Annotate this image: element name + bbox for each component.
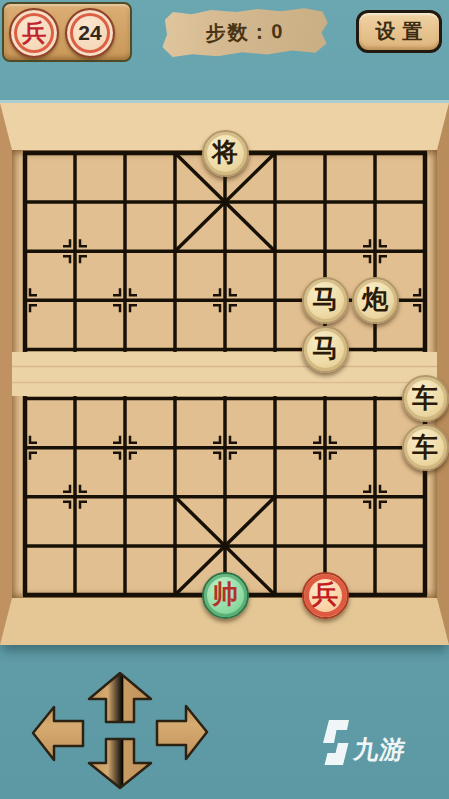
piece-black-chariot-2[interactable]: 车 <box>402 424 449 471</box>
level-piece-badge: 兵 <box>9 8 59 58</box>
level-piece-tray: 兵 24 <box>2 2 132 62</box>
piece-black-cannon[interactable]: 炮 <box>352 277 399 324</box>
piece-black-chariot-1[interactable]: 车 <box>402 375 449 422</box>
settings-button-label: 设置 <box>376 18 430 45</box>
jiuyou-logo-icon <box>318 716 352 768</box>
arrow-pad <box>20 660 230 799</box>
board-frame <box>0 103 449 645</box>
piece-red-soldier[interactable]: 兵 <box>302 572 349 619</box>
level-count-value: 24 <box>78 21 101 45</box>
arrow-down-button[interactable] <box>89 739 151 788</box>
watermark-text: 九游 <box>352 733 409 766</box>
settings-button[interactable]: 设置 <box>356 10 442 53</box>
game-screen: 兵 24 步数：0 设置 将马炮马车车帅兵 <box>0 0 449 799</box>
piece-black-general[interactable]: 将 <box>202 130 249 177</box>
arrow-left-button[interactable] <box>33 707 83 760</box>
steps-counter-label: 步数：0 <box>205 18 285 47</box>
piece-black-horse-1[interactable]: 马 <box>302 277 349 324</box>
arrow-right-button[interactable] <box>157 706 207 759</box>
arrow-up-button[interactable] <box>89 673 151 722</box>
piece-red-general[interactable]: 帅 <box>202 572 249 619</box>
level-piece-glyph: 兵 <box>22 17 46 49</box>
level-count-badge: 24 <box>65 8 115 58</box>
watermark: 九游 <box>318 716 438 776</box>
steps-counter-plaque: 步数：0 <box>161 7 328 59</box>
board-grid <box>12 150 437 598</box>
piece-black-horse-2[interactable]: 马 <box>302 326 349 373</box>
board-surface <box>12 150 437 598</box>
